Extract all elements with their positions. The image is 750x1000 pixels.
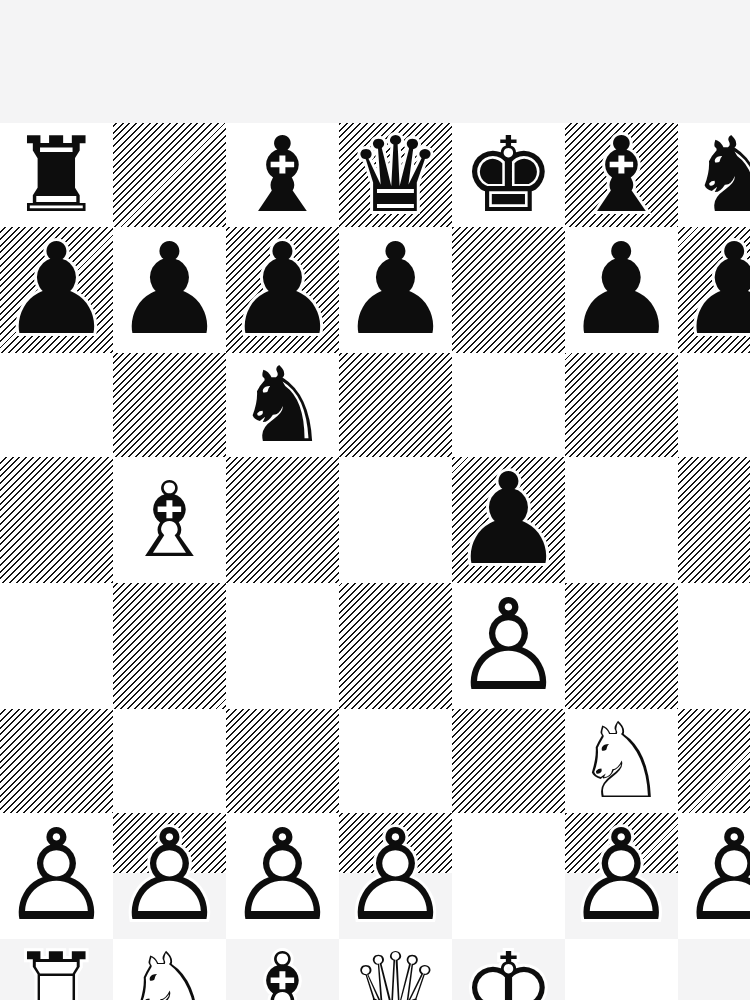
square-g6[interactable] — [678, 353, 750, 457]
square-e2[interactable] — [452, 813, 565, 939]
piece-glyph: ♟ — [113, 227, 226, 353]
square-c4[interactable] — [226, 583, 339, 709]
black-bishop: ♝♝ — [236, 123, 329, 227]
square-b3[interactable] — [113, 709, 226, 813]
square-e5[interactable]: ♟♟ — [452, 457, 565, 583]
square-g7[interactable]: ♟♟ — [678, 227, 750, 353]
square-b7[interactable]: ♟♟ — [113, 227, 226, 353]
square-f7[interactable]: ♟♟ — [565, 227, 678, 353]
black-pawn: ♟♟ — [0, 227, 113, 353]
square-d7[interactable]: ♟♟ — [339, 227, 452, 353]
square-a5[interactable] — [0, 457, 113, 583]
black-pawn: ♟♟ — [678, 227, 750, 353]
square-d5[interactable] — [339, 457, 452, 583]
white-queen: ♛♕ — [349, 939, 442, 1000]
square-d6[interactable] — [339, 353, 452, 457]
piece-glyph: ♔ — [462, 939, 555, 1000]
square-e8[interactable]: ♚♚ — [452, 123, 565, 227]
piece-glyph: ♜ — [10, 123, 103, 227]
piece-glyph: ♟ — [678, 227, 750, 353]
square-a8[interactable]: ♜♜ — [0, 123, 113, 227]
square-f1[interactable] — [565, 939, 678, 1000]
square-g1[interactable] — [678, 939, 750, 1000]
piece-glyph: ♛ — [349, 123, 442, 227]
square-b5[interactable]: ♝♗ — [113, 457, 226, 583]
white-knight: ♞♘ — [123, 939, 216, 1000]
square-g8[interactable]: ♞♞ — [678, 123, 750, 227]
piece-glyph: ♙ — [565, 813, 678, 939]
piece-glyph: ♙ — [452, 583, 565, 709]
square-a1[interactable]: ♜♖ — [0, 939, 113, 1000]
square-b8[interactable] — [113, 123, 226, 227]
square-g2[interactable]: ♟♙ — [678, 813, 750, 939]
piece-glyph: ♟ — [565, 227, 678, 353]
square-b6[interactable] — [113, 353, 226, 457]
white-pawn: ♟♙ — [565, 813, 678, 939]
piece-glyph: ♞ — [688, 123, 750, 227]
piece-glyph: ♟ — [452, 457, 565, 583]
square-b4[interactable] — [113, 583, 226, 709]
piece-glyph: ♙ — [339, 813, 452, 939]
black-knight: ♞♞ — [236, 353, 329, 457]
square-a6[interactable] — [0, 353, 113, 457]
square-e7[interactable] — [452, 227, 565, 353]
square-c5[interactable] — [226, 457, 339, 583]
piece-glyph: ♙ — [226, 813, 339, 939]
square-a2[interactable]: ♟♙ — [0, 813, 113, 939]
square-c1[interactable]: ♝♗ — [226, 939, 339, 1000]
piece-glyph: ♗ — [236, 939, 329, 1000]
chess-board: ♜♜♝♝♛♛♚♚♝♝♞♞♜♜♟♟♟♟♟♟♟♟♟♟♟♟♟♟♞♞♝♗♟♟♟♙♞♘♟♙… — [0, 123, 750, 873]
piece-glyph: ♟ — [226, 227, 339, 353]
square-e6[interactable] — [452, 353, 565, 457]
white-pawn: ♟♙ — [452, 583, 565, 709]
piece-glyph: ♞ — [236, 353, 329, 457]
page: ♜♜♝♝♛♛♚♚♝♝♞♞♜♜♟♟♟♟♟♟♟♟♟♟♟♟♟♟♞♞♝♗♟♟♟♙♞♘♟♙… — [0, 0, 750, 1000]
square-a4[interactable] — [0, 583, 113, 709]
white-pawn: ♟♙ — [113, 813, 226, 939]
piece-glyph: ♕ — [349, 939, 442, 1000]
black-knight: ♞♞ — [688, 123, 750, 227]
square-a7[interactable]: ♟♟ — [0, 227, 113, 353]
square-c2[interactable]: ♟♙ — [226, 813, 339, 939]
square-f3[interactable]: ♞♘ — [565, 709, 678, 813]
square-e4[interactable]: ♟♙ — [452, 583, 565, 709]
white-pawn: ♟♙ — [339, 813, 452, 939]
square-e3[interactable] — [452, 709, 565, 813]
square-c6[interactable]: ♞♞ — [226, 353, 339, 457]
white-king: ♚♔ — [462, 939, 555, 1000]
black-bishop: ♝♝ — [575, 123, 668, 227]
square-f6[interactable] — [565, 353, 678, 457]
square-b2[interactable]: ♟♙ — [113, 813, 226, 939]
piece-glyph: ♟ — [0, 227, 113, 353]
piece-glyph: ♝ — [236, 123, 329, 227]
square-g3[interactable] — [678, 709, 750, 813]
piece-glyph: ♖ — [10, 939, 103, 1000]
white-pawn: ♟♙ — [678, 813, 750, 939]
square-d2[interactable]: ♟♙ — [339, 813, 452, 939]
square-f8[interactable]: ♝♝ — [565, 123, 678, 227]
white-knight: ♞♘ — [575, 709, 668, 813]
piece-glyph: ♘ — [123, 939, 216, 1000]
square-e1[interactable]: ♚♔ — [452, 939, 565, 1000]
square-d4[interactable] — [339, 583, 452, 709]
black-pawn: ♟♟ — [565, 227, 678, 353]
square-g5[interactable] — [678, 457, 750, 583]
piece-glyph: ♚ — [462, 123, 555, 227]
square-a3[interactable] — [0, 709, 113, 813]
piece-glyph: ♘ — [575, 709, 668, 813]
piece-glyph: ♙ — [113, 813, 226, 939]
square-d8[interactable]: ♛♛ — [339, 123, 452, 227]
black-king: ♚♚ — [462, 123, 555, 227]
black-pawn: ♟♟ — [113, 227, 226, 353]
square-f4[interactable] — [565, 583, 678, 709]
square-f5[interactable] — [565, 457, 678, 583]
black-rook: ♜♜ — [10, 123, 103, 227]
square-b1[interactable]: ♞♘ — [113, 939, 226, 1000]
black-queen: ♛♛ — [349, 123, 442, 227]
white-pawn: ♟♙ — [226, 813, 339, 939]
piece-glyph: ♙ — [678, 813, 750, 939]
square-g4[interactable] — [678, 583, 750, 709]
piece-glyph: ♝ — [575, 123, 668, 227]
square-f2[interactable]: ♟♙ — [565, 813, 678, 939]
square-c8[interactable]: ♝♝ — [226, 123, 339, 227]
black-pawn: ♟♟ — [452, 457, 565, 583]
top-margin-band — [0, 0, 750, 123]
square-c7[interactable]: ♟♟ — [226, 227, 339, 353]
white-bishop: ♝♗ — [236, 939, 329, 1000]
white-rook: ♜♖ — [10, 939, 103, 1000]
piece-glyph: ♙ — [0, 813, 113, 939]
square-d3[interactable] — [339, 709, 452, 813]
piece-glyph: ♟ — [339, 227, 452, 353]
black-pawn: ♟♟ — [339, 227, 452, 353]
square-d1[interactable]: ♛♕ — [339, 939, 452, 1000]
square-c3[interactable] — [226, 709, 339, 813]
black-pawn: ♟♟ — [226, 227, 339, 353]
white-pawn: ♟♙ — [0, 813, 113, 939]
piece-glyph: ♗ — [123, 468, 216, 572]
white-bishop: ♝♗ — [123, 468, 216, 572]
